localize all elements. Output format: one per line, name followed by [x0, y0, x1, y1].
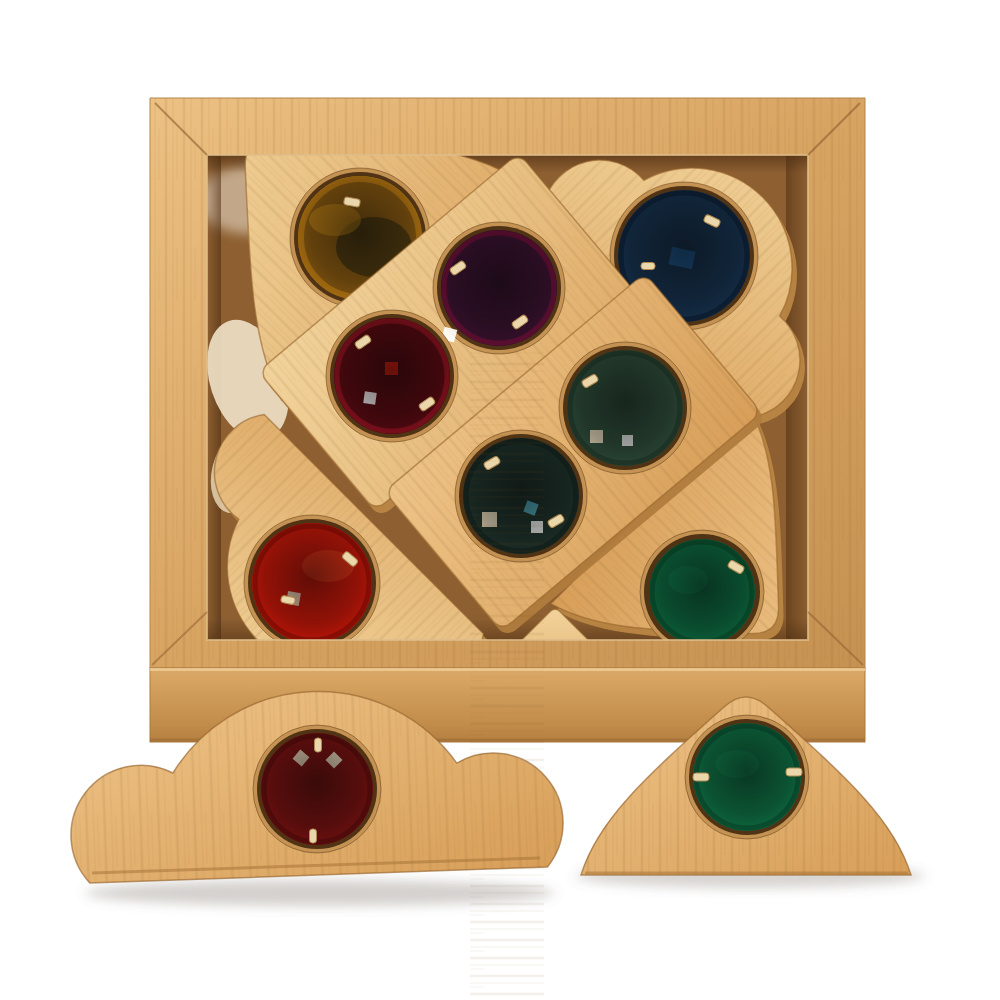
- gem-shading: [441, 230, 557, 346]
- wood-peg: [641, 263, 655, 270]
- toy-photo: [0, 0, 1000, 1000]
- cast-shadow: [85, 880, 555, 906]
- gem-shading: [649, 539, 755, 645]
- gem-shading: [252, 523, 372, 643]
- gem-shading: [334, 318, 450, 434]
- gem-shading: [567, 350, 683, 466]
- scene: Colour window gem building blocks (Bausp…: [0, 0, 1000, 1000]
- wood-peg: [693, 773, 709, 781]
- wood-peg: [310, 829, 317, 843]
- wood-peg: [315, 738, 322, 752]
- wood-peg: [786, 768, 802, 776]
